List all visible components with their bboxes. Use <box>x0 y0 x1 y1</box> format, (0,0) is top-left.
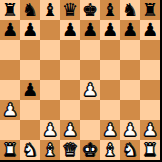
square-g4[interactable] <box>120 80 140 100</box>
square-g8[interactable]: ♞ <box>120 0 140 20</box>
black-pawn[interactable]: ♟ <box>122 20 138 40</box>
black-pawn[interactable]: ♟ <box>102 20 118 40</box>
square-g5[interactable] <box>120 60 140 80</box>
square-e8[interactable]: ♚ <box>80 0 100 20</box>
white-king[interactable]: ♚ <box>82 140 98 160</box>
square-c7[interactable] <box>40 20 60 40</box>
square-e7[interactable]: ♟ <box>80 20 100 40</box>
square-d4[interactable] <box>60 80 80 100</box>
square-c3[interactable] <box>40 100 60 120</box>
square-b3[interactable] <box>20 100 40 120</box>
square-c5[interactable] <box>40 60 60 80</box>
square-f2[interactable]: ♟ <box>100 120 120 140</box>
white-pawn[interactable]: ♟ <box>122 120 138 140</box>
square-f5[interactable] <box>100 60 120 80</box>
square-c6[interactable] <box>40 40 60 60</box>
square-e4[interactable]: ♟ <box>80 80 100 100</box>
square-f3[interactable] <box>100 100 120 120</box>
square-g7[interactable]: ♟ <box>120 20 140 40</box>
white-pawn[interactable]: ♟ <box>62 120 78 140</box>
black-rook[interactable]: ♜ <box>142 0 158 20</box>
square-h2[interactable]: ♟ <box>140 120 160 140</box>
square-c8[interactable]: ♝ <box>40 0 60 20</box>
black-pawn[interactable]: ♟ <box>22 20 38 40</box>
square-c1[interactable]: ♝ <box>40 140 60 160</box>
square-b6[interactable] <box>20 40 40 60</box>
square-h8[interactable]: ♜ <box>140 0 160 20</box>
square-f1[interactable]: ♝ <box>100 140 120 160</box>
white-pawn[interactable]: ♟ <box>102 120 118 140</box>
square-a2[interactable] <box>0 120 20 140</box>
square-g3[interactable] <box>120 100 140 120</box>
square-a3[interactable]: ♟ <box>0 100 20 120</box>
board-frame: ♜♞♝♛♚♝♞♜♟♟♟♟♟♟♟♟♟♟♟♟♟♟♟♜♞♝♛♚♝♞♜ <box>0 0 162 162</box>
white-pawn[interactable]: ♟ <box>2 100 18 120</box>
square-c2[interactable]: ♟ <box>40 120 60 140</box>
white-pawn[interactable]: ♟ <box>42 120 58 140</box>
black-pawn[interactable]: ♟ <box>22 80 38 100</box>
white-pawn[interactable]: ♟ <box>142 120 158 140</box>
square-d5[interactable] <box>60 60 80 80</box>
chess-board: ♜♞♝♛♚♝♞♜♟♟♟♟♟♟♟♟♟♟♟♟♟♟♟♜♞♝♛♚♝♞♜ <box>0 0 160 160</box>
black-pawn[interactable]: ♟ <box>62 20 78 40</box>
black-bishop[interactable]: ♝ <box>102 0 118 20</box>
square-d8[interactable]: ♛ <box>60 0 80 20</box>
square-a6[interactable] <box>0 40 20 60</box>
square-h5[interactable] <box>140 60 160 80</box>
black-pawn[interactable]: ♟ <box>2 20 18 40</box>
black-king[interactable]: ♚ <box>82 0 98 20</box>
black-bishop[interactable]: ♝ <box>42 0 58 20</box>
square-f4[interactable] <box>100 80 120 100</box>
black-queen[interactable]: ♛ <box>62 0 78 20</box>
white-knight[interactable]: ♞ <box>122 140 138 160</box>
black-rook[interactable]: ♜ <box>2 0 18 20</box>
square-h7[interactable]: ♟ <box>140 20 160 40</box>
square-f8[interactable]: ♝ <box>100 0 120 20</box>
square-h1[interactable]: ♜ <box>140 140 160 160</box>
square-e3[interactable] <box>80 100 100 120</box>
square-b8[interactable]: ♞ <box>20 0 40 20</box>
white-rook[interactable]: ♜ <box>142 140 158 160</box>
square-f7[interactable]: ♟ <box>100 20 120 40</box>
square-h6[interactable] <box>140 40 160 60</box>
square-b5[interactable] <box>20 60 40 80</box>
square-d3[interactable] <box>60 100 80 120</box>
black-knight[interactable]: ♞ <box>122 0 138 20</box>
white-knight[interactable]: ♞ <box>22 140 38 160</box>
black-pawn[interactable]: ♟ <box>82 20 98 40</box>
square-e6[interactable] <box>80 40 100 60</box>
square-f6[interactable] <box>100 40 120 60</box>
square-h4[interactable] <box>140 80 160 100</box>
black-knight[interactable]: ♞ <box>22 0 38 20</box>
white-bishop[interactable]: ♝ <box>42 140 58 160</box>
square-g1[interactable]: ♞ <box>120 140 140 160</box>
square-d1[interactable]: ♛ <box>60 140 80 160</box>
square-a1[interactable]: ♜ <box>0 140 20 160</box>
square-a8[interactable]: ♜ <box>0 0 20 20</box>
square-a7[interactable]: ♟ <box>0 20 20 40</box>
square-b4[interactable]: ♟ <box>20 80 40 100</box>
square-e5[interactable] <box>80 60 100 80</box>
black-pawn[interactable]: ♟ <box>142 20 158 40</box>
square-b7[interactable]: ♟ <box>20 20 40 40</box>
square-c4[interactable] <box>40 80 60 100</box>
square-h3[interactable] <box>140 100 160 120</box>
square-b2[interactable] <box>20 120 40 140</box>
white-rook[interactable]: ♜ <box>2 140 18 160</box>
square-a5[interactable] <box>0 60 20 80</box>
square-d2[interactable]: ♟ <box>60 120 80 140</box>
white-bishop[interactable]: ♝ <box>102 140 118 160</box>
square-b1[interactable]: ♞ <box>20 140 40 160</box>
square-e2[interactable] <box>80 120 100 140</box>
white-queen[interactable]: ♛ <box>62 140 78 160</box>
square-e1[interactable]: ♚ <box>80 140 100 160</box>
square-d7[interactable]: ♟ <box>60 20 80 40</box>
square-a4[interactable] <box>0 80 20 100</box>
square-g6[interactable] <box>120 40 140 60</box>
square-g2[interactable]: ♟ <box>120 120 140 140</box>
square-d6[interactable] <box>60 40 80 60</box>
white-pawn[interactable]: ♟ <box>82 80 98 100</box>
